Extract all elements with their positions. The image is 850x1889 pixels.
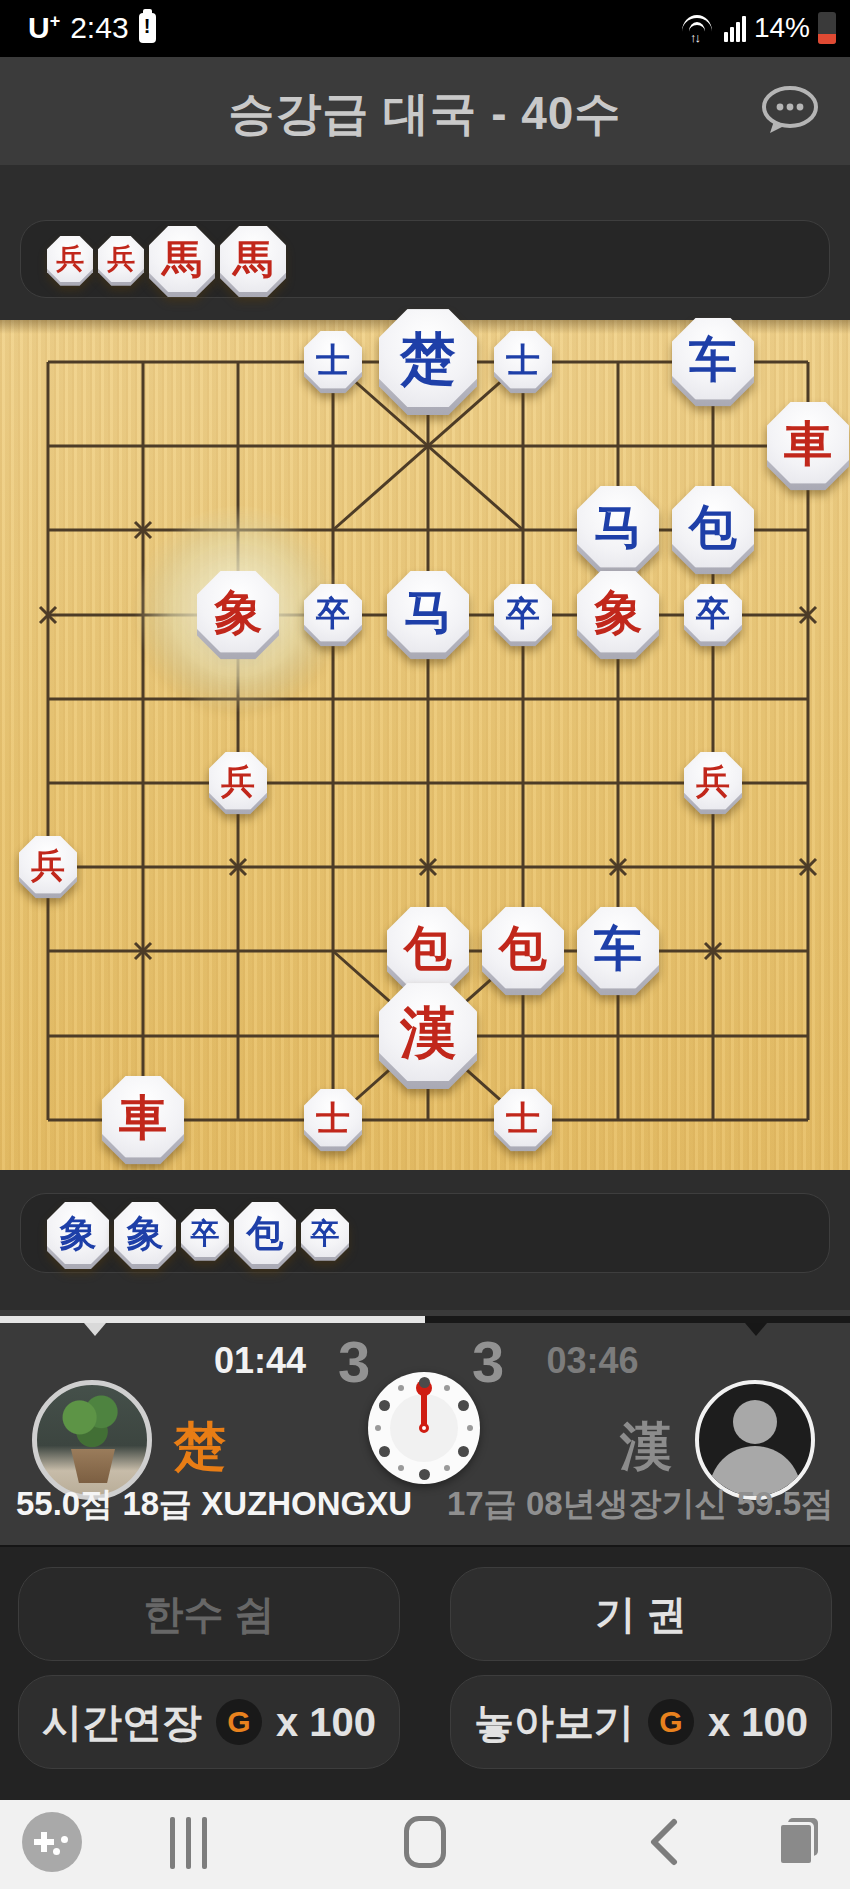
captured-piece: 兵 bbox=[47, 236, 93, 282]
captured-section-top: 兵兵馬馬 bbox=[0, 165, 850, 320]
cho-guard-piece[interactable]: 士 bbox=[304, 331, 362, 389]
right-count: 3 bbox=[472, 1328, 504, 1395]
gold-coin-icon: G bbox=[648, 1699, 694, 1745]
captured-piece: 兵 bbox=[98, 236, 144, 282]
game-clock-icon bbox=[368, 1372, 480, 1484]
home-icon[interactable] bbox=[404, 1816, 446, 1868]
active-player-notch-left bbox=[84, 1323, 106, 1336]
han-elephant-piece[interactable]: 象 bbox=[197, 571, 279, 653]
player-names-row: 55.0점 18급 XUZHONGXU 17급 08년생장기신 59.5점 bbox=[0, 1482, 850, 1527]
pass-button[interactable]: 한수 쉼 bbox=[18, 1567, 400, 1661]
chat-icon[interactable] bbox=[760, 85, 820, 137]
plant-photo bbox=[61, 1395, 123, 1451]
player-notch-right bbox=[745, 1323, 767, 1336]
cho-cannon-piece[interactable]: 包 bbox=[672, 486, 754, 568]
right-player-name: 17급 08년생장기신 59.5점 bbox=[447, 1482, 834, 1527]
controls-panel: 한수 쉼 기 권 시간연장 G x 100 놓아보기 G x 100 bbox=[0, 1545, 850, 1802]
han-king-piece[interactable]: 漢 bbox=[379, 983, 477, 1081]
cho-pawn-piece[interactable]: 卒 bbox=[304, 584, 362, 642]
han-pawn-piece[interactable]: 兵 bbox=[209, 752, 267, 810]
captured-section-bottom: 象象卒包卒 bbox=[0, 1170, 850, 1310]
han-chariot-piece[interactable]: 車 bbox=[767, 402, 849, 484]
han-cannon-piece[interactable]: 包 bbox=[387, 907, 469, 989]
back-icon[interactable] bbox=[648, 1818, 678, 1866]
header: 승강급 대국 - 40수 bbox=[0, 57, 850, 165]
cho-pawn-piece[interactable]: 卒 bbox=[494, 584, 552, 642]
android-nav-bar bbox=[0, 1800, 850, 1889]
time-progress-bar bbox=[0, 1316, 850, 1323]
han-guard-piece[interactable]: 士 bbox=[494, 1089, 552, 1147]
left-player-name: 55.0점 18급 XUZHONGXU bbox=[16, 1482, 412, 1527]
captured-piece: 馬 bbox=[220, 226, 286, 292]
captured-piece: 象 bbox=[114, 1202, 176, 1264]
cho-pawn-piece[interactable]: 卒 bbox=[684, 584, 742, 642]
extend-time-button[interactable]: 시간연장 G x 100 bbox=[18, 1675, 400, 1769]
captured-piece: 馬 bbox=[149, 226, 215, 292]
wifi-icon: ↑↓ bbox=[680, 13, 716, 43]
left-count: 3 bbox=[338, 1328, 370, 1395]
cho-chariot-piece[interactable]: 车 bbox=[672, 318, 754, 400]
left-side-symbol-cho: 楚 bbox=[174, 1412, 226, 1482]
captured-piece: 卒 bbox=[181, 1209, 229, 1257]
person-silhouette-head bbox=[733, 1400, 777, 1444]
window-icon[interactable] bbox=[778, 1818, 818, 1866]
right-side-symbol-han: 漢 bbox=[620, 1412, 672, 1482]
right-player-time: 03:46 bbox=[525, 1340, 660, 1382]
review-button[interactable]: 놓아보기 G x 100 bbox=[450, 1675, 832, 1769]
page-title: 승강급 대국 - 40수 bbox=[0, 83, 850, 145]
recents-icon[interactable] bbox=[170, 1817, 207, 1869]
han-chariot-piece[interactable]: 車 bbox=[102, 1076, 184, 1158]
battery-low-icon bbox=[818, 12, 836, 44]
captured-piece: 包 bbox=[234, 1202, 296, 1264]
gold-coin-icon: G bbox=[216, 1699, 262, 1745]
resign-button[interactable]: 기 권 bbox=[450, 1567, 832, 1661]
han-cannon-piece[interactable]: 包 bbox=[482, 907, 564, 989]
janggi-board[interactable]: 士楚士车車马包象卒马卒象卒兵兵兵包包车漢車士士 bbox=[0, 320, 850, 1170]
plant-pot bbox=[71, 1449, 115, 1483]
han-elephant-piece[interactable]: 象 bbox=[577, 571, 659, 653]
han-pawn-piece[interactable]: 兵 bbox=[684, 752, 742, 810]
han-guard-piece[interactable]: 士 bbox=[304, 1089, 362, 1147]
status-time: 2:43 bbox=[70, 11, 128, 45]
battery-percent: 14% bbox=[754, 12, 810, 44]
cho-king-piece[interactable]: 楚 bbox=[379, 309, 477, 407]
captured-piece: 卒 bbox=[301, 1209, 349, 1257]
cho-chariot-piece[interactable]: 车 bbox=[577, 907, 659, 989]
captured-tray-red: 兵兵馬馬 bbox=[20, 220, 830, 298]
left-player-time: 01:44 bbox=[195, 1340, 325, 1382]
captured-tray-blue: 象象卒包卒 bbox=[20, 1193, 830, 1273]
game-tools-icon[interactable] bbox=[22, 1812, 82, 1872]
cho-horse-piece[interactable]: 马 bbox=[577, 486, 659, 568]
signal-bars-icon bbox=[724, 14, 746, 42]
carrier-label: U+ bbox=[28, 11, 60, 45]
cho-guard-piece[interactable]: 士 bbox=[494, 331, 552, 389]
status-bar: U+ 2:43 ↑↓ 14% bbox=[0, 0, 850, 57]
captured-piece: 象 bbox=[47, 1202, 109, 1264]
cho-horse-piece[interactable]: 马 bbox=[387, 571, 469, 653]
han-pawn-piece[interactable]: 兵 bbox=[19, 836, 77, 894]
battery-alert-icon bbox=[139, 13, 156, 43]
